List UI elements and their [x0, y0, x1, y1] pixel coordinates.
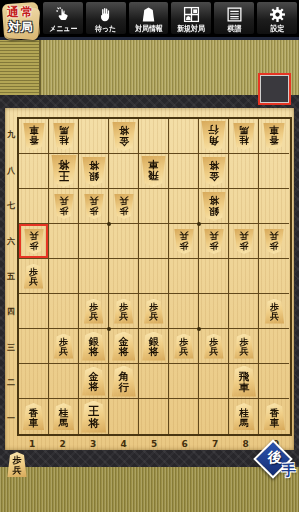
- shogi-piece-桂馬[interactable]: 桂馬: [233, 123, 255, 150]
- file-label: 2: [48, 438, 79, 450]
- rank-label: 一: [5, 401, 17, 436]
- board-square[interactable]: [259, 364, 289, 399]
- shogi-piece-歩兵[interactable]: 歩兵: [84, 194, 104, 219]
- board-square[interactable]: [199, 294, 229, 329]
- file-label: 7: [200, 438, 231, 450]
- board-square[interactable]: [109, 154, 139, 189]
- shogi-piece-歩兵[interactable]: 歩兵: [264, 299, 284, 324]
- sente-hand-tray[interactable]: [258, 73, 291, 105]
- rank-label: 三: [5, 330, 17, 365]
- board-square[interactable]: [139, 189, 169, 224]
- board-square[interactable]: [19, 329, 49, 364]
- board-square[interactable]: [169, 259, 199, 294]
- board-square[interactable]: [109, 259, 139, 294]
- shogi-piece-歩兵[interactable]: 歩兵: [24, 264, 44, 289]
- shogi-piece-歩兵[interactable]: 歩兵: [114, 194, 134, 219]
- board-square[interactable]: 香車: [259, 119, 289, 154]
- shogi-piece-歩兵[interactable]: 歩兵: [204, 334, 224, 359]
- game-mode-badge: 通常 対局: [1, 1, 41, 41]
- shogi-piece-icon: [140, 5, 157, 25]
- board-square[interactable]: 香車: [19, 399, 49, 434]
- board-square[interactable]: [19, 189, 49, 224]
- board-square[interactable]: [79, 119, 109, 154]
- shogi-piece-香車[interactable]: 香車: [263, 123, 285, 150]
- board-square[interactable]: 歩兵: [19, 259, 49, 294]
- gote-badge-char2: 手: [282, 462, 296, 480]
- shogi-piece-歩兵[interactable]: 歩兵: [7, 452, 27, 477]
- board-square[interactable]: [259, 189, 289, 224]
- board-square[interactable]: [259, 329, 289, 364]
- board-square[interactable]: 香車: [19, 119, 49, 154]
- shogi-piece-銀将[interactable]: 銀将: [202, 192, 226, 221]
- shogi-piece-歩兵[interactable]: 歩兵: [24, 229, 44, 254]
- board-square[interactable]: [79, 259, 109, 294]
- shogi-piece-飛車[interactable]: 飛車: [231, 366, 256, 397]
- shogi-piece-飛車[interactable]: 飛車: [141, 156, 166, 187]
- board-square[interactable]: [139, 399, 169, 434]
- toolbar: メニュー 待った 対局情報: [0, 0, 299, 37]
- board-square[interactable]: [229, 189, 259, 224]
- board-square[interactable]: 歩兵: [259, 224, 289, 259]
- board-square[interactable]: 金将: [109, 329, 139, 364]
- board-square[interactable]: [19, 294, 49, 329]
- board-square[interactable]: [199, 399, 229, 434]
- shogi-piece-歩兵[interactable]: 歩兵: [54, 194, 74, 219]
- settings-button-label: 設定: [270, 25, 284, 33]
- board-square[interactable]: [169, 364, 199, 399]
- board-square[interactable]: [199, 364, 229, 399]
- board-square[interactable]: [19, 154, 49, 189]
- board-square[interactable]: 桂馬: [229, 119, 259, 154]
- board-square[interactable]: [169, 154, 199, 189]
- shogi-piece-香車[interactable]: 香車: [263, 403, 285, 430]
- board-square[interactable]: [169, 294, 199, 329]
- board-square[interactable]: 歩兵: [19, 224, 49, 259]
- game-info-button-label: 対局情報: [135, 25, 163, 33]
- shogi-piece-香車[interactable]: 香車: [23, 123, 45, 150]
- shogi-piece-角行[interactable]: 角行: [201, 121, 226, 152]
- new-game-grid-icon: [183, 5, 200, 25]
- board-square[interactable]: 王将: [79, 399, 109, 434]
- board-square[interactable]: [139, 259, 169, 294]
- board-square[interactable]: 歩兵: [169, 224, 199, 259]
- board-square[interactable]: 歩兵: [169, 329, 199, 364]
- shogi-piece-銀将[interactable]: 銀将: [82, 157, 106, 186]
- shogi-piece-歩兵[interactable]: 歩兵: [234, 229, 254, 254]
- board-square[interactable]: 歩兵: [109, 294, 139, 329]
- board-wood: 九八七六五四三二一 香車桂馬金将角行桂馬香車王将銀将飛車金将歩兵歩兵歩兵銀将歩兵…: [5, 108, 294, 450]
- rank-label: 八: [5, 152, 17, 187]
- board-square[interactable]: 歩兵: [79, 189, 109, 224]
- board-square[interactable]: 角行: [109, 364, 139, 399]
- shogi-piece-王将[interactable]: 王将: [51, 155, 77, 187]
- rank-label: 九: [5, 117, 17, 152]
- board-square[interactable]: 角行: [199, 119, 229, 154]
- board-square[interactable]: 歩兵: [109, 189, 139, 224]
- shogi-piece-歩兵[interactable]: 歩兵: [54, 334, 74, 359]
- rank-label: 四: [5, 294, 17, 329]
- game-info-button[interactable]: 対局情報: [128, 1, 170, 35]
- kifu-button[interactable]: 棋譜: [213, 1, 255, 35]
- board-frame: 九八七六五四三二一 香車桂馬金将角行桂馬香車王将銀将飛車金将歩兵歩兵歩兵銀将歩兵…: [0, 95, 299, 467]
- board-square[interactable]: 桂馬: [229, 399, 259, 434]
- gote-hand-tray[interactable]: 歩兵: [7, 449, 33, 477]
- kifu-list-icon: [226, 5, 243, 25]
- shogi-piece-香車[interactable]: 香車: [23, 403, 45, 430]
- rank-label: 七: [5, 188, 17, 223]
- board-square[interactable]: 歩兵: [199, 329, 229, 364]
- menu-button-label: メニュー: [49, 25, 77, 33]
- file-label: 5: [139, 438, 170, 450]
- shogi-piece-桂馬[interactable]: 桂馬: [53, 123, 75, 150]
- board-square[interactable]: [19, 364, 49, 399]
- rank-labels: 九八七六五四三二一: [5, 117, 17, 436]
- shogi-piece-歩兵[interactable]: 歩兵: [174, 229, 194, 254]
- shogi-piece-桂馬[interactable]: 桂馬: [233, 403, 255, 430]
- shogi-piece-歩兵[interactable]: 歩兵: [144, 299, 164, 324]
- board-square[interactable]: [49, 259, 79, 294]
- shogi-piece-金将[interactable]: 金将: [82, 367, 106, 396]
- board-square[interactable]: [229, 294, 259, 329]
- board-square[interactable]: 香車: [259, 399, 289, 434]
- board-square[interactable]: [139, 119, 169, 154]
- board-square[interactable]: 金将: [79, 364, 109, 399]
- file-label: 3: [78, 438, 109, 450]
- board-square[interactable]: 歩兵: [229, 224, 259, 259]
- rank-label: 五: [5, 259, 17, 294]
- board-square[interactable]: [139, 364, 169, 399]
- board-grid: 香車桂馬金将角行桂馬香車王将銀将飛車金将歩兵歩兵歩兵銀将歩兵歩兵歩兵歩兵歩兵歩兵…: [17, 117, 292, 436]
- board-square[interactable]: 歩兵: [139, 294, 169, 329]
- settings-button[interactable]: 設定: [256, 1, 298, 35]
- file-label: 4: [109, 438, 140, 450]
- shogi-piece-歩兵[interactable]: 歩兵: [204, 229, 224, 254]
- shogi-piece-金将[interactable]: 金将: [202, 157, 226, 186]
- board-square[interactable]: [229, 259, 259, 294]
- hand-pointer-icon: [54, 5, 71, 25]
- board-square[interactable]: 金将: [109, 119, 139, 154]
- board-square[interactable]: [169, 189, 199, 224]
- board-square[interactable]: [199, 259, 229, 294]
- mode-badge-line2: 対局: [1, 19, 41, 36]
- shogi-piece-歩兵[interactable]: 歩兵: [234, 334, 254, 359]
- board-square[interactable]: [259, 259, 289, 294]
- board-square[interactable]: 飛車: [139, 154, 169, 189]
- shogi-piece-歩兵[interactable]: 歩兵: [84, 299, 104, 324]
- shogi-piece-角行[interactable]: 角行: [111, 366, 136, 397]
- shogi-app-screen: メニュー 待った 対局情報: [0, 0, 299, 512]
- board-square[interactable]: [79, 224, 109, 259]
- board-square[interactable]: 桂馬: [49, 399, 79, 434]
- board-square[interactable]: 王将: [49, 154, 79, 189]
- new-game-button[interactable]: 新規対局: [170, 1, 212, 35]
- board-square[interactable]: [229, 154, 259, 189]
- gear-icon: [269, 5, 286, 25]
- undo-button-label: 待った: [95, 25, 116, 33]
- rank-label: 六: [5, 223, 17, 258]
- shogi-piece-歩兵[interactable]: 歩兵: [174, 334, 194, 359]
- board-square[interactable]: 歩兵: [259, 294, 289, 329]
- shogi-piece-歩兵[interactable]: 歩兵: [114, 299, 134, 324]
- board-square[interactable]: 歩兵: [49, 329, 79, 364]
- board-square[interactable]: [109, 224, 139, 259]
- undo-button[interactable]: 待った: [85, 1, 127, 35]
- gote-player-badge: 後 手: [251, 438, 299, 488]
- kifu-button-label: 棋譜: [227, 25, 241, 33]
- board-square[interactable]: [49, 364, 79, 399]
- board-square[interactable]: [109, 399, 139, 434]
- board-square[interactable]: [169, 399, 199, 434]
- board-square[interactable]: 銀将: [79, 154, 109, 189]
- board-square[interactable]: [259, 154, 289, 189]
- board-square[interactable]: 飛車: [229, 364, 259, 399]
- board-square[interactable]: 銀将: [139, 329, 169, 364]
- new-game-button-label: 新規対局: [178, 25, 206, 33]
- shogi-piece-桂馬[interactable]: 桂馬: [53, 403, 75, 430]
- tatami-edge-band: [0, 40, 41, 96]
- shogi-piece-歩兵[interactable]: 歩兵: [264, 229, 284, 254]
- rank-label: 二: [5, 365, 17, 400]
- board-square[interactable]: 金将: [199, 154, 229, 189]
- menu-button[interactable]: メニュー: [42, 1, 84, 35]
- board-square[interactable]: [139, 224, 169, 259]
- shogi-piece-金将[interactable]: 金将: [112, 122, 136, 151]
- shogi-piece-銀将[interactable]: 銀将: [142, 332, 166, 361]
- shogi-piece-王将[interactable]: 王将: [81, 401, 107, 433]
- board-square[interactable]: 銀将: [79, 329, 109, 364]
- board-square[interactable]: 銀将: [199, 189, 229, 224]
- board-square[interactable]: 歩兵: [79, 294, 109, 329]
- shogi-piece-金将[interactable]: 金将: [112, 332, 136, 361]
- board-square[interactable]: 歩兵: [49, 189, 79, 224]
- board-square[interactable]: 歩兵: [229, 329, 259, 364]
- board-square[interactable]: [169, 119, 199, 154]
- board-square[interactable]: [49, 294, 79, 329]
- board-square[interactable]: 桂馬: [49, 119, 79, 154]
- board-square[interactable]: [49, 224, 79, 259]
- file-label: 6: [170, 438, 201, 450]
- board-square[interactable]: 歩兵: [199, 224, 229, 259]
- raised-hand-icon: [97, 5, 114, 25]
- shogi-piece-銀将[interactable]: 銀将: [82, 332, 106, 361]
